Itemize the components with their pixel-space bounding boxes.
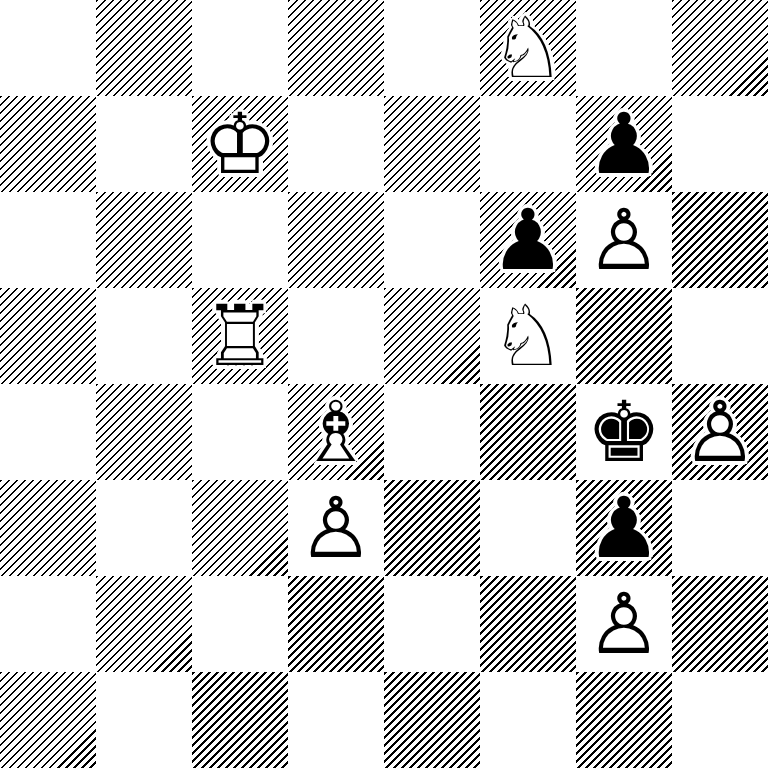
square-a7[interactable] — [0, 96, 96, 192]
square-a2[interactable] — [0, 576, 96, 672]
square-a1[interactable] — [0, 672, 96, 768]
black-king[interactable]: ♚♚ — [576, 384, 672, 480]
square-e7[interactable] — [384, 96, 480, 192]
white-pawn[interactable]: ♟♙ — [576, 192, 672, 288]
square-b7[interactable] — [96, 96, 192, 192]
square-h7[interactable] — [672, 96, 768, 192]
square-g7[interactable]: ♟♟ — [576, 96, 672, 192]
square-e3[interactable] — [384, 480, 480, 576]
square-f5[interactable]: ♞♘ — [480, 288, 576, 384]
square-h8[interactable] — [672, 0, 768, 96]
square-c4[interactable] — [192, 384, 288, 480]
chess-board: ♞♘♚♔♟♟♟♟♟♙♜♖♞♘♝♗♚♚♟♙♟♙♟♟♟♙ — [0, 0, 768, 768]
piece-glyph: ♙ — [672, 384, 768, 480]
square-e4[interactable] — [384, 384, 480, 480]
square-c1[interactable] — [192, 672, 288, 768]
square-c7[interactable]: ♚♔ — [192, 96, 288, 192]
square-d1[interactable] — [288, 672, 384, 768]
square-f6[interactable]: ♟♟ — [480, 192, 576, 288]
piece-glyph: ♙ — [576, 192, 672, 288]
square-c6[interactable] — [192, 192, 288, 288]
black-pawn[interactable]: ♟♟ — [576, 480, 672, 576]
square-e1[interactable] — [384, 672, 480, 768]
piece-glyph: ♟ — [576, 96, 672, 192]
square-b1[interactable] — [96, 672, 192, 768]
square-e8[interactable] — [384, 0, 480, 96]
square-b6[interactable] — [96, 192, 192, 288]
square-b8[interactable] — [96, 0, 192, 96]
square-g5[interactable] — [576, 288, 672, 384]
piece-glyph: ♔ — [192, 96, 288, 192]
black-pawn[interactable]: ♟♟ — [480, 192, 576, 288]
square-a4[interactable] — [0, 384, 96, 480]
square-h3[interactable] — [672, 480, 768, 576]
square-b5[interactable] — [96, 288, 192, 384]
square-b3[interactable] — [96, 480, 192, 576]
piece-glyph: ♘ — [480, 0, 576, 96]
white-bishop[interactable]: ♝♗ — [288, 384, 384, 480]
square-a8[interactable] — [0, 0, 96, 96]
square-d3[interactable]: ♟♙ — [288, 480, 384, 576]
square-a6[interactable] — [0, 192, 96, 288]
piece-glyph: ♙ — [288, 480, 384, 576]
piece-glyph: ♘ — [480, 288, 576, 384]
square-h2[interactable] — [672, 576, 768, 672]
square-c2[interactable] — [192, 576, 288, 672]
square-b4[interactable] — [96, 384, 192, 480]
piece-glyph: ♗ — [288, 384, 384, 480]
square-g1[interactable] — [576, 672, 672, 768]
white-knight[interactable]: ♞♘ — [480, 0, 576, 96]
piece-glyph: ♙ — [576, 576, 672, 672]
white-knight[interactable]: ♞♘ — [480, 288, 576, 384]
square-d7[interactable] — [288, 96, 384, 192]
square-e5[interactable] — [384, 288, 480, 384]
square-h4[interactable]: ♟♙ — [672, 384, 768, 480]
square-e6[interactable] — [384, 192, 480, 288]
square-f3[interactable] — [480, 480, 576, 576]
white-rook[interactable]: ♜♖ — [192, 288, 288, 384]
square-g3[interactable]: ♟♟ — [576, 480, 672, 576]
white-pawn[interactable]: ♟♙ — [672, 384, 768, 480]
square-f8[interactable]: ♞♘ — [480, 0, 576, 96]
square-f1[interactable] — [480, 672, 576, 768]
square-d6[interactable] — [288, 192, 384, 288]
square-c8[interactable] — [192, 0, 288, 96]
square-c3[interactable] — [192, 480, 288, 576]
square-d5[interactable] — [288, 288, 384, 384]
square-f7[interactable] — [480, 96, 576, 192]
square-a3[interactable] — [0, 480, 96, 576]
piece-glyph: ♟ — [480, 192, 576, 288]
square-d8[interactable] — [288, 0, 384, 96]
square-d4[interactable]: ♝♗ — [288, 384, 384, 480]
square-f4[interactable] — [480, 384, 576, 480]
square-h1[interactable] — [672, 672, 768, 768]
square-a5[interactable] — [0, 288, 96, 384]
white-pawn[interactable]: ♟♙ — [288, 480, 384, 576]
square-c5[interactable]: ♜♖ — [192, 288, 288, 384]
black-pawn[interactable]: ♟♟ — [576, 96, 672, 192]
square-h6[interactable] — [672, 192, 768, 288]
piece-glyph: ♟ — [576, 480, 672, 576]
square-g8[interactable] — [576, 0, 672, 96]
square-d2[interactable] — [288, 576, 384, 672]
square-b2[interactable] — [96, 576, 192, 672]
square-g4[interactable]: ♚♚ — [576, 384, 672, 480]
piece-glyph: ♖ — [192, 288, 288, 384]
white-king[interactable]: ♚♔ — [192, 96, 288, 192]
square-g2[interactable]: ♟♙ — [576, 576, 672, 672]
white-pawn[interactable]: ♟♙ — [576, 576, 672, 672]
square-h5[interactable] — [672, 288, 768, 384]
square-f2[interactable] — [480, 576, 576, 672]
piece-glyph: ♚ — [576, 384, 672, 480]
square-e2[interactable] — [384, 576, 480, 672]
square-g6[interactable]: ♟♙ — [576, 192, 672, 288]
